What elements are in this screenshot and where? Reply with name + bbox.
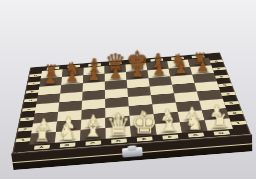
- piece-black-pawn-d7[interactable]: ♟: [105, 67, 127, 81]
- piece-white-king-e1[interactable]: ♚: [131, 107, 156, 137]
- square-c4[interactable]: [82, 98, 106, 109]
- square-h4[interactable]: [197, 89, 223, 100]
- square-e4[interactable]: [128, 95, 152, 106]
- piece-black-pawn-f7[interactable]: ♟: [148, 63, 170, 77]
- square-c1[interactable]: ♝: [80, 128, 105, 141]
- rank-label: 6: [214, 74, 228, 78]
- piece-black-pawn-e7[interactable]: ♟: [127, 65, 149, 79]
- rank-label: 4: [220, 91, 235, 95]
- piece-black-pawn-b7[interactable]: ♟: [61, 70, 83, 84]
- square-f1[interactable]: ♝: [155, 122, 182, 135]
- square-a4[interactable]: [35, 102, 60, 113]
- piece-white-bishop-f1[interactable]: ♝: [156, 111, 181, 134]
- piece-white-rook-a1[interactable]: ♜: [29, 125, 54, 144]
- file-label: H: [213, 130, 230, 135]
- frame-label-cell: 5: [217, 80, 233, 90]
- photo-background: ABCDEFGH8♜♞♝♛♚♝♞♜87♟♟♟♟♟♟♟♟7665544332♟♟♟…: [0, 0, 256, 179]
- file-label: E: [136, 136, 152, 141]
- square-h1[interactable]: ♜: [205, 118, 233, 131]
- file-label: G: [187, 132, 204, 137]
- square-f5[interactable]: [150, 84, 174, 94]
- file-label: C: [85, 140, 101, 145]
- frame-label-cell: 4: [21, 104, 36, 114]
- piece-black-pawn-c7[interactable]: ♟: [83, 69, 105, 83]
- piece-white-bishop-c1[interactable]: ♝: [80, 117, 105, 140]
- rank-label: 4: [22, 107, 37, 111]
- file-label: B: [59, 142, 75, 147]
- file-label: F: [162, 134, 178, 139]
- file-label: A: [33, 144, 49, 149]
- piece-black-pawn-a7[interactable]: ♟: [39, 72, 61, 86]
- square-g4[interactable]: [174, 91, 199, 102]
- piece-white-queen-d1[interactable]: ♛: [106, 111, 131, 139]
- square-e5[interactable]: [127, 86, 151, 97]
- piece-white-knight-g1[interactable]: ♞: [182, 111, 207, 132]
- square-g5[interactable]: [172, 83, 197, 93]
- piece-white-rook-h1[interactable]: ♜: [207, 111, 232, 130]
- clasp-icon: [122, 147, 143, 158]
- square-c6[interactable]: [83, 81, 105, 91]
- rank-label: 6: [25, 89, 39, 93]
- square-f4[interactable]: [151, 93, 176, 104]
- file-label: D: [111, 138, 127, 143]
- rank-label: 7: [212, 66, 226, 70]
- square-a5[interactable]: [36, 93, 60, 104]
- frame-label-cell: 5: [23, 95, 38, 105]
- piece-black-pawn-h7[interactable]: ♟: [192, 60, 214, 74]
- piece-black-pawn-g7[interactable]: ♟: [170, 62, 192, 76]
- board-3d: ABCDEFGH8♜♞♝♛♚♝♞♜87♟♟♟♟♟♟♟♟7665544332♟♟♟…: [12, 52, 251, 153]
- piece-white-knight-b1[interactable]: ♞: [55, 121, 80, 142]
- rank-label: 5: [217, 83, 232, 87]
- square-h5[interactable]: [194, 81, 219, 91]
- chess-set: ABCDEFGH8♜♞♝♛♚♝♞♜87♟♟♟♟♟♟♟♟7665544332♟♟♟…: [22, 0, 234, 179]
